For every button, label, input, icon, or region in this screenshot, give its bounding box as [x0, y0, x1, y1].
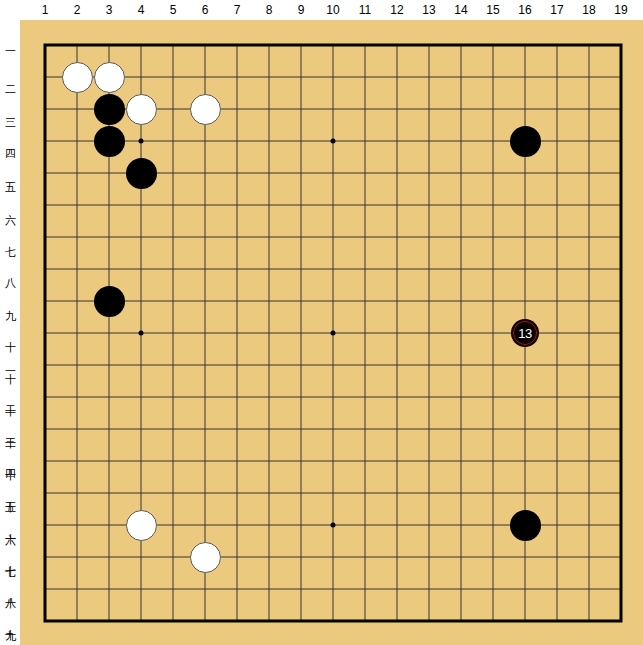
row-label-11: 十一 — [0, 349, 20, 381]
row-label-8: 八 — [0, 253, 20, 285]
black-stone-16-16 — [510, 510, 541, 541]
white-stone-3-2 — [94, 62, 125, 93]
column-label-2: 2 — [61, 0, 93, 20]
black-stone-16-4 — [510, 126, 541, 157]
row-label-16: 十六 — [0, 509, 20, 541]
column-label-11: 11 — [349, 0, 381, 20]
column-label-9: 9 — [285, 0, 317, 20]
column-label-3: 3 — [93, 0, 125, 20]
column-label-19: 19 — [605, 0, 637, 20]
row-label-9: 九 — [0, 285, 20, 317]
row-label-17: 十七 — [0, 541, 20, 573]
white-stone-2-2 — [62, 62, 93, 93]
column-label-15: 15 — [477, 0, 509, 20]
row-label-1: 一 — [0, 29, 20, 61]
go-diagram-page: 12345678910111213141516171819 一二三四五六七八九十… — [0, 0, 643, 645]
column-label-18: 18 — [573, 0, 605, 20]
row-label-3: 三 — [0, 93, 20, 125]
stones-layer: 13 — [29, 29, 637, 637]
white-stone-4-16 — [126, 510, 157, 541]
row-label-12: 十二 — [0, 381, 20, 413]
white-stone-4-3 — [126, 94, 157, 125]
column-label-4: 4 — [125, 0, 157, 20]
row-label-13: 十三 — [0, 413, 20, 445]
column-label-17: 17 — [541, 0, 573, 20]
row-label-18: 十八 — [0, 573, 20, 605]
row-label-19: 十九 — [0, 605, 20, 637]
row-label-10: 十 — [0, 317, 20, 349]
column-label-12: 12 — [381, 0, 413, 20]
column-label-10: 10 — [317, 0, 349, 20]
move-13-marked-black-stone-16-10: 13 — [511, 319, 539, 347]
white-stone-6-3 — [190, 94, 221, 125]
column-label-7: 7 — [221, 0, 253, 20]
move-number-label: 13 — [518, 327, 531, 340]
black-stone-3-4 — [94, 126, 125, 157]
column-label-13: 13 — [413, 0, 445, 20]
column-label-14: 14 — [445, 0, 477, 20]
column-label-5: 5 — [157, 0, 189, 20]
column-label-6: 6 — [189, 0, 221, 20]
column-label-1: 1 — [29, 0, 61, 20]
column-label-8: 8 — [253, 0, 285, 20]
row-label-7: 七 — [0, 221, 20, 253]
row-label-4: 四 — [0, 125, 20, 157]
row-label-14: 十四 — [0, 445, 20, 477]
white-stone-6-17 — [190, 542, 221, 573]
row-label-15: 十五 — [0, 477, 20, 509]
goban: 13 — [20, 20, 643, 645]
column-label-16: 16 — [509, 0, 541, 20]
black-stone-4-5 — [126, 158, 157, 189]
row-label-5: 五 — [0, 157, 20, 189]
row-label-6: 六 — [0, 189, 20, 221]
black-stone-3-9 — [94, 286, 125, 317]
row-label-2: 二 — [0, 61, 20, 93]
black-stone-3-3 — [94, 94, 125, 125]
